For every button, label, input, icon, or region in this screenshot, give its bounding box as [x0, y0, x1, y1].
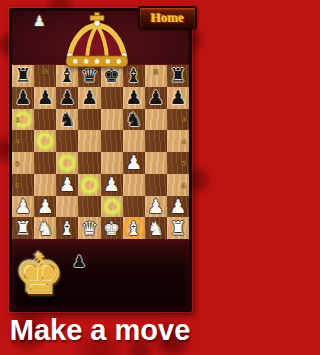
square-r2c7[interactable]: ♟ [145, 87, 167, 109]
coordinate-label: 3 [182, 115, 186, 124]
square-r8c8[interactable]: ♜ [167, 217, 189, 239]
square-r6c4[interactable] [78, 174, 100, 196]
square-r8c3[interactable]: ♝ [56, 217, 78, 239]
black-pawn[interactable]: ♟ [15, 88, 32, 107]
square-r1c1[interactable]: ♜ [12, 65, 34, 87]
coordinate-label: 5 [182, 158, 186, 167]
coordinate-label: 6 [15, 180, 19, 189]
white-bishop[interactable]: ♝ [125, 219, 142, 238]
white-pawn[interactable]: ♟ [125, 153, 142, 172]
square-r7c7[interactable]: ♟ [145, 196, 167, 218]
captured-black-pawn-icon: ♟ [72, 254, 86, 270]
make-a-move-caption: Make a move [0, 314, 200, 347]
square-r4c2[interactable] [34, 130, 56, 152]
square-r7c1[interactable]: ♟ [12, 196, 34, 218]
captured-white-pawn-icon: ♟ [33, 14, 46, 28]
square-r4c7[interactable] [145, 130, 167, 152]
square-r3c2[interactable] [34, 109, 56, 131]
white-pawn[interactable]: ♟ [147, 197, 164, 216]
square-r5c5[interactable] [101, 152, 123, 174]
square-r4c5[interactable] [101, 130, 123, 152]
square-r4c4[interactable] [78, 130, 100, 152]
square-r8c5[interactable]: ♚ [101, 217, 123, 239]
black-pawn[interactable]: ♟ [147, 88, 164, 107]
square-r1c2[interactable]: G [34, 65, 56, 87]
square-r7c6[interactable] [123, 196, 145, 218]
white-king[interactable]: ♚ [103, 219, 120, 238]
square-r8c2[interactable]: ♞ [34, 217, 56, 239]
coordinate-label: B [153, 67, 159, 76]
square-r3c1[interactable]: 3 [12, 109, 34, 131]
black-rook[interactable]: ♜ [169, 66, 186, 85]
square-r8c4[interactable]: ♛ [78, 217, 100, 239]
square-r3c5[interactable] [101, 109, 123, 131]
square-r7c2[interactable]: ♟ [34, 196, 56, 218]
square-r2c6[interactable]: ♟ [123, 87, 145, 109]
black-pawn[interactable]: ♟ [81, 88, 98, 107]
white-pawn[interactable]: ♟ [169, 197, 186, 216]
app-frame: ♟ Home ♜G♝♛♚♝B♜♟♟♟♟♟♟♟3♞♞3445♟56♟♟6♟♟♟♟♜… [9, 8, 192, 312]
white-pawn[interactable]: ♟ [15, 197, 32, 216]
square-r6c7[interactable] [145, 174, 167, 196]
square-r4c6[interactable] [123, 130, 145, 152]
white-pawn[interactable]: ♟ [37, 197, 54, 216]
square-r3c8[interactable]: 3 [167, 109, 189, 131]
coordinate-label: G [42, 67, 48, 76]
square-r7c4[interactable] [78, 196, 100, 218]
square-r6c5[interactable]: ♟ [101, 174, 123, 196]
square-r1c8[interactable]: ♜ [167, 65, 189, 87]
square-r2c1[interactable]: ♟ [12, 87, 34, 109]
home-button[interactable]: Home [138, 6, 197, 29]
square-r3c4[interactable] [78, 109, 100, 131]
square-r5c3[interactable] [56, 152, 78, 174]
white-knight[interactable]: ♞ [147, 219, 164, 238]
black-pawn[interactable]: ♟ [125, 88, 142, 107]
chess-app-screen: { "game": "chess", "position": { "fen": … [0, 0, 200, 355]
crown-icon [57, 11, 137, 73]
square-r3c7[interactable] [145, 109, 167, 131]
square-r3c6[interactable]: ♞ [123, 109, 145, 131]
square-r2c4[interactable]: ♟ [78, 87, 100, 109]
white-knight[interactable]: ♞ [37, 219, 54, 238]
square-r7c8[interactable]: ♟ [167, 196, 189, 218]
square-r8c7[interactable]: ♞ [145, 217, 167, 239]
square-r8c1[interactable]: ♜ [12, 217, 34, 239]
coordinate-label: 6 [182, 180, 186, 189]
black-pawn[interactable]: ♟ [37, 88, 54, 107]
square-r4c3[interactable] [56, 130, 78, 152]
square-r6c1[interactable]: 6 [12, 174, 34, 196]
black-pawn[interactable]: ♟ [169, 88, 186, 107]
black-pawn[interactable]: ♟ [59, 88, 76, 107]
square-r2c3[interactable]: ♟ [56, 87, 78, 109]
coordinate-label: 4 [15, 137, 19, 146]
square-r5c1[interactable]: 5 [12, 152, 34, 174]
square-r5c6[interactable]: ♟ [123, 152, 145, 174]
coordinate-label: 4 [182, 137, 186, 146]
square-r6c3[interactable]: ♟ [56, 174, 78, 196]
chess-board: ♜G♝♛♚♝B♜♟♟♟♟♟♟♟3♞♞3445♟56♟♟6♟♟♟♟♜♞♝♛♚♝♞♜ [12, 64, 189, 240]
black-rook[interactable]: ♜ [15, 66, 32, 85]
square-r6c8[interactable]: 6 [167, 174, 189, 196]
square-r6c2[interactable] [34, 174, 56, 196]
square-r5c7[interactable] [145, 152, 167, 174]
square-r8c6[interactable]: ♝ [123, 217, 145, 239]
white-pawn[interactable]: ♟ [103, 175, 120, 194]
white-bishop[interactable]: ♝ [59, 219, 76, 238]
white-rook[interactable]: ♜ [15, 219, 32, 238]
square-r2c8[interactable]: ♟ [167, 87, 189, 109]
square-r4c8[interactable]: 4 [167, 130, 189, 152]
white-queen[interactable]: ♛ [81, 219, 98, 238]
square-r1c7[interactable]: B [145, 65, 167, 87]
square-r2c2[interactable]: ♟ [34, 87, 56, 109]
black-knight[interactable]: ♞ [125, 110, 142, 129]
square-r5c2[interactable] [34, 152, 56, 174]
gold-king-decoration: ♚ [15, 247, 65, 303]
black-knight[interactable]: ♞ [59, 110, 76, 129]
white-rook[interactable]: ♜ [169, 219, 186, 238]
square-r5c8[interactable]: 5 [167, 152, 189, 174]
square-r6c6[interactable] [123, 174, 145, 196]
white-pawn[interactable]: ♟ [59, 175, 76, 194]
coordinate-label: 5 [15, 158, 19, 167]
square-r4c1[interactable]: 4 [12, 130, 34, 152]
square-r3c3[interactable]: ♞ [56, 109, 78, 131]
square-r7c5[interactable] [101, 196, 123, 218]
coordinate-label: 3 [15, 115, 19, 124]
square-r2c5[interactable] [101, 87, 123, 109]
square-r7c3[interactable] [56, 196, 78, 218]
square-r5c4[interactable] [78, 152, 100, 174]
